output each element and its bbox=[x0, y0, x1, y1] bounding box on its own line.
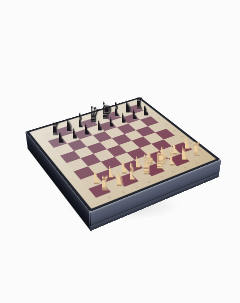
file-mark-d: d bbox=[147, 180, 151, 183]
file-mark-h: h bbox=[194, 161, 198, 164]
rank-mark-3: 3 bbox=[180, 136, 184, 138]
file-mark-a: a bbox=[107, 195, 111, 198]
file-mark-e: e bbox=[159, 175, 163, 178]
rank-mark-1: 1 bbox=[197, 149, 201, 152]
rank-mark-7: 7 bbox=[150, 112, 154, 114]
rank-mark-5: 5 bbox=[164, 123, 168, 125]
square-f4 bbox=[131, 137, 151, 148]
file-mark-b: b bbox=[120, 190, 124, 193]
scene: ♜♞♝♛♚♝♞♜♟♟♟♟♟♟♟♟♟♟♟♟♟♟♟♟♜♞♝♛♚♝♞♜ abcdefg… bbox=[0, 0, 240, 303]
file-mark-g: g bbox=[183, 166, 187, 169]
rank-mark-2: 2 bbox=[188, 142, 192, 145]
file-mark-c: c bbox=[134, 185, 138, 188]
rank-mark-4: 4 bbox=[172, 129, 176, 131]
rank-mark-6: 6 bbox=[157, 117, 161, 119]
rank-mark-8: 8 bbox=[143, 106, 146, 108]
file-mark-f: f bbox=[171, 171, 175, 174]
product-photo: Product photo: chess set with dark case,… bbox=[0, 0, 240, 303]
